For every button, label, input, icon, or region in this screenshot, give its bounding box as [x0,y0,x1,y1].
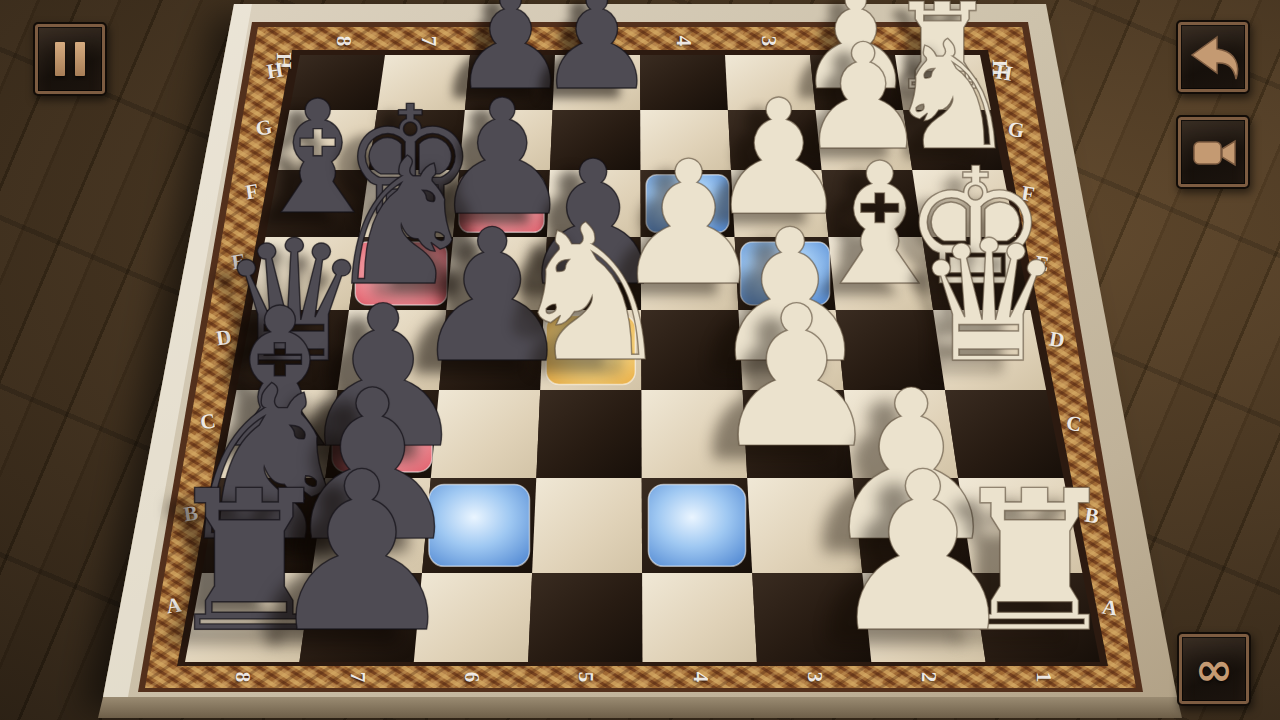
pause-icon [50,42,90,76]
undo-button[interactable] [1176,20,1250,94]
video-camera-icon [1180,119,1246,185]
piece-black-pawn-a7[interactable]: ♟ [263,442,460,662]
square-b5[interactable] [532,478,642,573]
game-screen: 8765432187654321HHHHGGFFEEDDCCBBAA ♟♟♜♟♞… [0,0,1280,720]
pause-button[interactable] [33,22,107,96]
slab-front-face [98,697,1182,718]
infinity-icon: ∞ [1195,646,1233,692]
record-button[interactable] [1176,115,1250,189]
piece-white-pawn-a2[interactable]: ♟ [824,442,1021,662]
undo-arrow-icon [1180,24,1246,90]
infinity-button[interactable]: ∞ [1177,632,1251,706]
move-highlight-b4[interactable] [648,485,745,567]
square-a5[interactable] [528,573,642,662]
piece-white-knight-d5[interactable]: ♞ [507,201,676,389]
square-a4[interactable] [642,573,757,662]
